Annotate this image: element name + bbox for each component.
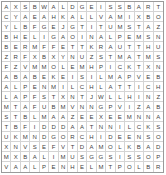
grid-cell-r6c12[interactable]: T xyxy=(106,52,115,62)
grid-cell-r5c5[interactable]: F xyxy=(40,42,49,52)
grid-cell-r6c14[interactable]: A xyxy=(125,52,134,62)
grid-cell-r7c11[interactable]: P xyxy=(97,62,106,72)
grid-cell-r14c11[interactable]: I xyxy=(97,132,106,142)
grid-cell-r17c15[interactable]: L xyxy=(135,162,144,172)
grid-cell-r16c6[interactable]: I xyxy=(49,152,58,162)
grid-cell-r5c6[interactable]: F xyxy=(49,42,58,52)
grid-cell-r10c13[interactable]: L xyxy=(116,92,125,102)
grid-cell-r16c7[interactable]: M xyxy=(59,152,68,162)
grid-cell-r1c7[interactable]: L xyxy=(59,2,68,12)
grid-cell-r12c8[interactable]: Z xyxy=(68,112,77,122)
grid-cell-r9c5[interactable]: N xyxy=(40,82,49,92)
grid-cell-r7c4[interactable]: M xyxy=(30,62,39,72)
grid-cell-r5c3[interactable]: R xyxy=(21,42,30,52)
grid-cell-r11c12[interactable]: P xyxy=(106,102,115,112)
grid-cell-r4c2[interactable]: H xyxy=(11,32,20,42)
grid-cell-r16c1[interactable]: M xyxy=(2,152,11,162)
grid-cell-r10c15[interactable]: I xyxy=(135,92,144,102)
grid-cell-r4c9[interactable]: I xyxy=(78,32,87,42)
grid-cell-r12c15[interactable]: N xyxy=(135,112,144,122)
grid-cell-r12c7[interactable]: A xyxy=(59,112,68,122)
grid-cell-r1c8[interactable]: D xyxy=(68,2,77,12)
grid-cell-r11c6[interactable]: B xyxy=(49,102,58,112)
grid-cell-r15c9[interactable]: D xyxy=(78,142,87,152)
grid-cell-r3c11[interactable]: T xyxy=(97,22,106,32)
grid-cell-r7c2[interactable]: Z xyxy=(11,62,20,72)
grid-cell-r12c13[interactable]: E xyxy=(116,112,125,122)
grid-cell-r6c13[interactable]: M xyxy=(116,52,125,62)
grid-cell-r14c4[interactable]: N xyxy=(30,132,39,142)
word-search-grid: AXSBWALDGEISSBARTCYAEAHKALLVAMIXBOYLBFGE… xyxy=(1,1,164,173)
grid-cell-r7c10[interactable]: H xyxy=(87,62,96,72)
grid-cell-r17c16[interactable]: B xyxy=(144,162,153,172)
grid-cell-r4c7[interactable]: A xyxy=(59,32,68,42)
grid-cell-r17c9[interactable]: E xyxy=(78,162,87,172)
grid-cell-r17c6[interactable]: E xyxy=(49,162,58,172)
grid-cell-r8c1[interactable]: A xyxy=(2,72,11,82)
grid-cell-r14c2[interactable]: K xyxy=(11,132,20,142)
grid-cell-r4c14[interactable]: E xyxy=(125,32,134,42)
grid-cell-r9c12[interactable]: A xyxy=(106,82,115,92)
grid-cell-r3c7[interactable]: J xyxy=(59,22,68,32)
grid-cell-r13c7[interactable]: D xyxy=(59,122,68,132)
grid-cell-r14c3[interactable]: M xyxy=(21,132,30,142)
grid-cell-r2c16[interactable]: B xyxy=(144,12,153,22)
grid-cell-r7c7[interactable]: L xyxy=(59,62,68,72)
grid-cell-r15c8[interactable]: T xyxy=(68,142,77,152)
grid-cell-r6c2[interactable]: R xyxy=(11,52,20,62)
grid-cell-r13c1[interactable]: T xyxy=(2,122,11,132)
grid-cell-r1c6[interactable]: A xyxy=(49,2,58,12)
grid-cell-r16c5[interactable]: L xyxy=(40,152,49,162)
grid-cell-r2c17[interactable]: O xyxy=(154,12,163,22)
grid-cell-r15c16[interactable]: A xyxy=(144,142,153,152)
grid-cell-r4c6[interactable]: G xyxy=(49,32,58,42)
grid-cell-r4c13[interactable]: P xyxy=(116,32,125,42)
grid-cell-r11c13[interactable]: V xyxy=(116,102,125,112)
grid-cell-r10c12[interactable]: L xyxy=(106,92,115,102)
word-search-puzzle: AXSBWALDGEISSBARTCYAEAHKALLVAMIXBOYLBFGE… xyxy=(1,1,164,173)
grid-cell-r11c10[interactable]: N xyxy=(87,102,96,112)
grid-cell-r3c15[interactable]: T xyxy=(135,22,144,32)
grid-cell-r3c4[interactable]: F xyxy=(30,22,39,32)
grid-cell-r7c5[interactable]: M xyxy=(40,62,49,72)
grid-cell-r2c15[interactable]: X xyxy=(135,12,144,22)
grid-cell-r14c12[interactable]: D xyxy=(106,132,115,142)
grid-cell-r16c9[interactable]: S xyxy=(78,152,87,162)
grid-cell-r17c8[interactable]: H xyxy=(68,162,77,172)
grid-cell-r11c14[interactable]: I xyxy=(125,102,134,112)
grid-cell-r16c10[interactable]: G xyxy=(87,152,96,162)
grid-cell-r3c9[interactable]: T xyxy=(78,22,87,32)
grid-cell-r12c12[interactable]: E xyxy=(106,112,115,122)
grid-cell-r14c5[interactable]: D xyxy=(40,132,49,142)
grid-cell-r15c1[interactable]: X xyxy=(2,142,11,152)
grid-cell-r11c3[interactable]: A xyxy=(21,102,30,112)
grid-cell-r10c14[interactable]: H xyxy=(125,92,134,102)
grid-cell-r15c10[interactable]: A xyxy=(87,142,96,152)
grid-cell-r8c8[interactable]: I xyxy=(68,72,77,82)
grid-cell-r9c2[interactable]: L xyxy=(11,82,20,92)
grid-cell-r14c15[interactable]: N xyxy=(135,132,144,142)
grid-cell-r9c13[interactable]: T xyxy=(116,82,125,92)
grid-cell-r12c5[interactable]: M xyxy=(40,112,49,122)
grid-cell-r10c8[interactable]: N xyxy=(68,92,77,102)
grid-cell-r14c13[interactable]: E xyxy=(116,132,125,142)
grid-cell-r5c4[interactable]: M xyxy=(30,42,39,52)
grid-cell-r12c4[interactable]: L xyxy=(30,112,39,122)
grid-cell-r10c16[interactable]: N xyxy=(144,92,153,102)
grid-cell-r3c6[interactable]: E xyxy=(49,22,58,32)
grid-cell-r11c8[interactable]: V xyxy=(68,102,77,112)
grid-cell-r17c12[interactable]: T xyxy=(106,162,115,172)
grid-cell-r6c7[interactable]: Y xyxy=(59,52,68,62)
grid-cell-r8c13[interactable]: A xyxy=(116,72,125,82)
grid-cell-r13c3[interactable]: F xyxy=(21,122,30,132)
grid-cell-r7c12[interactable]: I xyxy=(106,62,115,72)
grid-cell-r1c12[interactable]: S xyxy=(106,2,115,12)
grid-cell-r10c4[interactable]: F xyxy=(30,92,39,102)
grid-cell-r7c9[interactable]: M xyxy=(78,62,87,72)
grid-cell-r6c16[interactable]: M xyxy=(144,52,153,62)
grid-cell-r10c2[interactable]: A xyxy=(11,92,20,102)
grid-cell-r1c5[interactable]: W xyxy=(40,2,49,12)
grid-cell-r13c9[interactable]: A xyxy=(78,122,87,132)
grid-cell-r4c15[interactable]: M xyxy=(135,32,144,42)
grid-cell-r16c3[interactable]: B xyxy=(21,152,30,162)
grid-cell-r2c2[interactable]: Y xyxy=(11,12,20,22)
grid-cell-r5c1[interactable]: B xyxy=(2,42,11,52)
grid-cell-r3c5[interactable]: G xyxy=(40,22,49,32)
grid-cell-r5c17[interactable]: U xyxy=(154,42,163,52)
grid-cell-r13c15[interactable]: C xyxy=(135,122,144,132)
grid-cell-r12c17[interactable]: A xyxy=(154,112,163,122)
grid-cell-r17c13[interactable]: P xyxy=(116,162,125,172)
grid-cell-r5c11[interactable]: R xyxy=(97,42,106,52)
grid-cell-r1c9[interactable]: G xyxy=(78,2,87,12)
grid-cell-r4c11[interactable]: A xyxy=(97,32,106,42)
grid-cell-r2c9[interactable]: L xyxy=(78,12,87,22)
grid-cell-r16c12[interactable]: S xyxy=(106,152,115,162)
grid-cell-r10c6[interactable]: T xyxy=(49,92,58,102)
grid-cell-r8c12[interactable]: M xyxy=(106,72,115,82)
grid-cell-r3c16[interactable]: A xyxy=(144,22,153,32)
grid-cell-r9c7[interactable]: I xyxy=(59,82,68,92)
grid-cell-r17c7[interactable]: N xyxy=(59,162,68,172)
grid-cell-r16c15[interactable]: S xyxy=(135,152,144,162)
grid-cell-r12c10[interactable]: E xyxy=(87,112,96,122)
grid-cell-r11c7[interactable]: M xyxy=(59,102,68,112)
grid-cell-r3c1[interactable]: Y xyxy=(2,22,11,32)
grid-cell-r8c2[interactable]: B xyxy=(11,72,20,82)
grid-cell-r14c9[interactable]: C xyxy=(78,132,87,142)
grid-cell-r3c13[interactable]: M xyxy=(116,22,125,32)
grid-cell-r7c17[interactable]: N xyxy=(154,62,163,72)
grid-cell-r9c14[interactable]: T xyxy=(125,82,134,92)
grid-cell-r13c8[interactable]: A xyxy=(68,122,77,132)
grid-cell-r13c5[interactable]: D xyxy=(40,122,49,132)
grid-cell-r2c3[interactable]: A xyxy=(21,12,30,22)
grid-cell-r9c11[interactable]: L xyxy=(97,82,106,92)
grid-cell-r15c7[interactable]: V xyxy=(59,142,68,152)
grid-cell-r7c16[interactable]: X xyxy=(144,62,153,72)
grid-cell-r12c9[interactable]: E xyxy=(78,112,87,122)
grid-cell-r17c4[interactable]: L xyxy=(30,162,39,172)
grid-cell-r12c11[interactable]: X xyxy=(97,112,106,122)
grid-cell-r5c12[interactable]: A xyxy=(106,42,115,52)
grid-cell-r4c4[interactable]: L xyxy=(30,32,39,42)
grid-cell-r1c15[interactable]: A xyxy=(135,2,144,12)
grid-cell-r6c6[interactable]: X xyxy=(49,52,58,62)
grid-cell-r4c1[interactable]: B xyxy=(2,32,11,42)
grid-cell-r1c14[interactable]: B xyxy=(125,2,134,12)
grid-cell-r15c2[interactable]: N xyxy=(11,142,20,152)
grid-cell-r15c4[interactable]: S xyxy=(30,142,39,152)
grid-cell-r17c5[interactable]: P xyxy=(40,162,49,172)
grid-cell-r4c17[interactable]: N xyxy=(154,32,163,42)
grid-cell-r11c2[interactable]: T xyxy=(11,102,20,112)
grid-cell-r6c10[interactable]: Z xyxy=(87,52,96,62)
grid-cell-r8c7[interactable]: E xyxy=(59,72,68,82)
grid-cell-r11c1[interactable]: M xyxy=(2,102,11,112)
grid-cell-r15c6[interactable]: F xyxy=(49,142,58,152)
grid-cell-r6c8[interactable]: N xyxy=(68,52,77,62)
grid-cell-r15c13[interactable]: L xyxy=(116,142,125,152)
grid-cell-r12c3[interactable]: B xyxy=(21,112,30,122)
grid-cell-r13c4[interactable]: I xyxy=(30,122,39,132)
grid-cell-r5c14[interactable]: T xyxy=(125,42,134,52)
grid-cell-r2c1[interactable]: C xyxy=(2,12,11,22)
grid-cell-r3c2[interactable]: L xyxy=(11,22,20,32)
grid-cell-r5c7[interactable]: E xyxy=(59,42,68,52)
grid-cell-r16c14[interactable]: S xyxy=(125,152,134,162)
grid-cell-r2c11[interactable]: V xyxy=(97,12,106,22)
grid-cell-r1c10[interactable]: E xyxy=(87,2,96,12)
grid-cell-r14c7[interactable]: O xyxy=(59,132,68,142)
grid-cell-r5c13[interactable]: U xyxy=(116,42,125,52)
grid-cell-r17c1[interactable]: V xyxy=(2,162,11,172)
grid-cell-r9c6[interactable]: M xyxy=(49,82,58,92)
grid-cell-r17c17[interactable]: R xyxy=(154,162,163,172)
grid-cell-r14c16[interactable]: S xyxy=(144,132,153,142)
grid-cell-r11c4[interactable]: F xyxy=(30,102,39,112)
grid-cell-r8c11[interactable]: L xyxy=(97,72,106,82)
grid-cell-r2c7[interactable]: K xyxy=(59,12,68,22)
grid-cell-r1c4[interactable]: B xyxy=(30,2,39,12)
grid-cell-r10c17[interactable]: Z xyxy=(154,92,163,102)
grid-cell-r13c13[interactable]: I xyxy=(116,122,125,132)
grid-cell-r3c12[interactable]: U xyxy=(106,22,115,32)
grid-cell-r7c14[interactable]: K xyxy=(125,62,134,72)
grid-cell-r12c14[interactable]: M xyxy=(125,112,134,122)
grid-cell-r15c11[interactable]: M xyxy=(97,142,106,152)
grid-cell-r2c13[interactable]: M xyxy=(116,12,125,22)
grid-cell-r6c15[interactable]: T xyxy=(135,52,144,62)
grid-cell-r4c12[interactable]: L xyxy=(106,32,115,42)
grid-cell-r11c15[interactable]: Z xyxy=(135,102,144,112)
grid-cell-r15c17[interactable]: D xyxy=(154,142,163,152)
grid-cell-r1c1[interactable]: A xyxy=(2,2,11,12)
grid-cell-r14c8[interactable]: R xyxy=(68,132,77,142)
grid-cell-r5c15[interactable]: T xyxy=(135,42,144,52)
grid-cell-r9c4[interactable]: E xyxy=(30,82,39,92)
grid-cell-r8c4[interactable]: B xyxy=(30,72,39,82)
grid-cell-r5c2[interactable]: E xyxy=(11,42,20,52)
grid-cell-r16c11[interactable]: G xyxy=(97,152,106,162)
grid-cell-r9c3[interactable]: P xyxy=(21,82,30,92)
grid-cell-r10c3[interactable]: P xyxy=(21,92,30,102)
grid-cell-r6c11[interactable]: S xyxy=(97,52,106,62)
grid-cell-r1c16[interactable]: R xyxy=(144,2,153,12)
grid-cell-r9c1[interactable]: A xyxy=(2,82,11,92)
grid-cell-r9c17[interactable]: H xyxy=(154,82,163,92)
grid-cell-r12c16[interactable]: N xyxy=(144,112,153,122)
grid-cell-r16c8[interactable]: U xyxy=(68,152,77,162)
grid-cell-r15c14[interactable]: K xyxy=(125,142,134,152)
grid-cell-r15c12[interactable]: O xyxy=(106,142,115,152)
grid-cell-r14c10[interactable]: H xyxy=(87,132,96,142)
grid-cell-r12c6[interactable]: A xyxy=(49,112,58,122)
grid-cell-r13c14[interactable]: L xyxy=(125,122,134,132)
grid-cell-r13c11[interactable]: N xyxy=(97,122,106,132)
grid-cell-r12c2[interactable]: T xyxy=(11,112,20,122)
grid-cell-r6c9[interactable]: U xyxy=(78,52,87,62)
grid-cell-r11c5[interactable]: U xyxy=(40,102,49,112)
grid-cell-r3c3[interactable]: B xyxy=(21,22,30,32)
grid-cell-r13c12[interactable]: N xyxy=(106,122,115,132)
grid-cell-r3c17[interactable]: Z xyxy=(154,22,163,32)
grid-cell-r7c8[interactable]: E xyxy=(68,62,77,72)
grid-cell-r6c3[interactable]: F xyxy=(21,52,30,62)
grid-cell-r17c11[interactable]: M xyxy=(97,162,106,172)
grid-cell-r7c1[interactable]: F xyxy=(2,62,11,72)
grid-cell-r2c12[interactable]: A xyxy=(106,12,115,22)
grid-cell-r10c10[interactable]: J xyxy=(87,92,96,102)
grid-cell-r5c9[interactable]: T xyxy=(78,42,87,52)
grid-cell-r2c14[interactable]: I xyxy=(125,12,134,22)
grid-cell-r9c16[interactable]: C xyxy=(144,82,153,92)
grid-cell-r16c17[interactable]: P xyxy=(154,152,163,162)
grid-cell-r14c1[interactable]: U xyxy=(2,132,11,142)
grid-cell-r3c14[interactable]: S xyxy=(125,22,134,32)
grid-cell-r8c15[interactable]: V xyxy=(135,72,144,82)
grid-cell-r11c11[interactable]: G xyxy=(97,102,106,112)
grid-cell-r13c2[interactable]: B xyxy=(11,122,20,132)
grid-cell-r17c2[interactable]: A xyxy=(11,162,20,172)
grid-cell-r6c1[interactable]: Z xyxy=(2,52,11,62)
grid-cell-r6c17[interactable]: S xyxy=(154,52,163,62)
grid-cell-r4c16[interactable]: S xyxy=(144,32,153,42)
grid-cell-r2c4[interactable]: E xyxy=(30,12,39,22)
grid-cell-r15c15[interactable]: B xyxy=(135,142,144,152)
grid-cell-r2c8[interactable]: A xyxy=(68,12,77,22)
grid-cell-r1c11[interactable]: I xyxy=(97,2,106,12)
grid-cell-r9c10[interactable]: H xyxy=(87,82,96,92)
grid-cell-r13c10[interactable]: T xyxy=(87,122,96,132)
grid-cell-r4c3[interactable]: E xyxy=(21,32,30,42)
grid-cell-r8c14[interactable]: P xyxy=(125,72,134,82)
grid-cell-r12c1[interactable]: S xyxy=(2,112,11,122)
grid-cell-r15c3[interactable]: V xyxy=(21,142,30,152)
grid-cell-r1c13[interactable]: S xyxy=(116,2,125,12)
grid-cell-r9c9[interactable]: C xyxy=(78,82,87,92)
grid-cell-r8c16[interactable]: E xyxy=(144,72,153,82)
grid-cell-r1c3[interactable]: S xyxy=(21,2,30,12)
grid-cell-r9c15[interactable]: I xyxy=(135,82,144,92)
grid-cell-r9c8[interactable]: L xyxy=(68,82,77,92)
grid-cell-r13c6[interactable]: D xyxy=(49,122,58,132)
grid-cell-r6c5[interactable]: B xyxy=(40,52,49,62)
grid-cell-r11c17[interactable]: B xyxy=(154,102,163,112)
grid-cell-r4c5[interactable]: I xyxy=(40,32,49,42)
grid-cell-r8c5[interactable]: E xyxy=(40,72,49,82)
grid-cell-r5c10[interactable]: K xyxy=(87,42,96,52)
grid-cell-r8c3[interactable]: A xyxy=(21,72,30,82)
grid-cell-r1c17[interactable]: T xyxy=(154,2,163,12)
grid-cell-r2c6[interactable]: H xyxy=(49,12,58,22)
grid-cell-r7c15[interactable]: T xyxy=(135,62,144,72)
grid-cell-r7c13[interactable]: C xyxy=(116,62,125,72)
grid-cell-r14c14[interactable]: E xyxy=(125,132,134,142)
grid-cell-r16c13[interactable]: I xyxy=(116,152,125,162)
grid-cell-r8c17[interactable]: B xyxy=(154,72,163,82)
grid-cell-r10c1[interactable]: L xyxy=(2,92,11,102)
grid-cell-r8c9[interactable]: S xyxy=(78,72,87,82)
grid-cell-r4c8[interactable]: O xyxy=(68,32,77,42)
grid-cell-r8c10[interactable]: I xyxy=(87,72,96,82)
grid-cell-r3c10[interactable]: I xyxy=(87,22,96,32)
grid-cell-r2c5[interactable]: A xyxy=(40,12,49,22)
grid-cell-r15c5[interactable]: E xyxy=(40,142,49,152)
grid-cell-r16c16[interactable]: O xyxy=(144,152,153,162)
grid-cell-r5c16[interactable]: H xyxy=(144,42,153,52)
grid-cell-r13c17[interactable]: S xyxy=(154,122,163,132)
grid-cell-r16c2[interactable]: X xyxy=(11,152,20,162)
grid-cell-r5c8[interactable]: T xyxy=(68,42,77,52)
grid-cell-r11c16[interactable]: A xyxy=(144,102,153,112)
grid-cell-r17c10[interactable]: L xyxy=(87,162,96,172)
grid-cell-r7c6[interactable]: O xyxy=(49,62,58,72)
grid-cell-r10c7[interactable]: X xyxy=(59,92,68,102)
grid-cell-r14c6[interactable]: G xyxy=(49,132,58,142)
grid-cell-r11c9[interactable]: N xyxy=(78,102,87,112)
grid-cell-r10c9[interactable]: T xyxy=(78,92,87,102)
grid-cell-r13c16[interactable]: K xyxy=(144,122,153,132)
grid-cell-r3c8[interactable]: G xyxy=(68,22,77,32)
grid-cell-r16c4[interactable]: A xyxy=(30,152,39,162)
grid-cell-r8c6[interactable]: K xyxy=(49,72,58,82)
grid-cell-r6c4[interactable]: X xyxy=(30,52,39,62)
grid-cell-r4c10[interactable]: N xyxy=(87,32,96,42)
grid-cell-r7c3[interactable]: V xyxy=(21,62,30,72)
grid-cell-r1c2[interactable]: X xyxy=(11,2,20,12)
grid-cell-r17c3[interactable]: A xyxy=(21,162,30,172)
grid-cell-r10c11[interactable]: W xyxy=(97,92,106,102)
grid-cell-r14c17[interactable]: O xyxy=(154,132,163,142)
grid-cell-r10c5[interactable]: S xyxy=(40,92,49,102)
grid-cell-r17c14[interactable]: O xyxy=(125,162,134,172)
grid-cell-r2c10[interactable]: L xyxy=(87,12,96,22)
